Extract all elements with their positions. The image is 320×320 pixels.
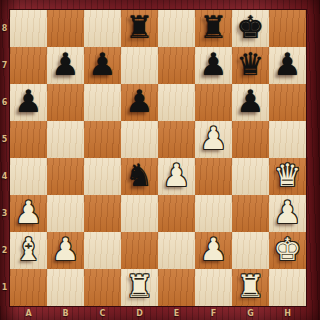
square-d5[interactable] bbox=[121, 121, 158, 158]
file-label-a: A bbox=[10, 306, 47, 320]
square-a5[interactable] bbox=[10, 121, 47, 158]
square-a8[interactable] bbox=[10, 10, 47, 47]
square-b5[interactable] bbox=[47, 121, 84, 158]
square-g7[interactable]: ♛ bbox=[232, 47, 269, 84]
black-pawn-d6[interactable]: ♟ bbox=[126, 83, 154, 120]
square-f5[interactable]: ♟ bbox=[195, 121, 232, 158]
square-h8[interactable] bbox=[269, 10, 306, 47]
black-pawn-b7[interactable]: ♟ bbox=[52, 46, 80, 83]
rank-labels: 87654321 bbox=[0, 10, 9, 306]
file-label-d: D bbox=[121, 306, 158, 320]
square-c8[interactable] bbox=[84, 10, 121, 47]
square-a6[interactable]: ♟ bbox=[10, 84, 47, 121]
square-c2[interactable] bbox=[84, 232, 121, 269]
square-g1[interactable]: ♜ bbox=[232, 269, 269, 306]
chess-app-window: 87654321 ♜♜♚♟♟♟♛♟♟♟♟♟♞♟♛♟♟♝♟♟♚♜♜ ABCDEFG… bbox=[0, 0, 320, 320]
square-c4[interactable] bbox=[84, 158, 121, 195]
square-d6[interactable]: ♟ bbox=[121, 84, 158, 121]
file-labels: ABCDEFGH bbox=[10, 306, 306, 320]
board: ♜♜♚♟♟♟♛♟♟♟♟♟♞♟♛♟♟♝♟♟♚♜♜ bbox=[10, 10, 306, 306]
square-f8[interactable]: ♜ bbox=[195, 10, 232, 47]
square-e6[interactable] bbox=[158, 84, 195, 121]
black-king-g8[interactable]: ♚ bbox=[237, 9, 265, 46]
square-a7[interactable] bbox=[10, 47, 47, 84]
square-a2[interactable]: ♝ bbox=[10, 232, 47, 269]
square-f7[interactable]: ♟ bbox=[195, 47, 232, 84]
square-e5[interactable] bbox=[158, 121, 195, 158]
black-pawn-a6[interactable]: ♟ bbox=[15, 83, 43, 120]
square-e4[interactable]: ♟ bbox=[158, 158, 195, 195]
black-rook-d8[interactable]: ♜ bbox=[126, 9, 154, 46]
square-b4[interactable] bbox=[47, 158, 84, 195]
file-label-e: E bbox=[158, 306, 195, 320]
square-f1[interactable] bbox=[195, 269, 232, 306]
square-c1[interactable] bbox=[84, 269, 121, 306]
square-a4[interactable] bbox=[10, 158, 47, 195]
board-frame: ♜♜♚♟♟♟♛♟♟♟♟♟♞♟♛♟♟♝♟♟♚♜♜ bbox=[9, 9, 307, 307]
file-label-f: F bbox=[195, 306, 232, 320]
white-king-h2[interactable]: ♚ bbox=[274, 231, 302, 268]
white-bishop-a2[interactable]: ♝ bbox=[15, 231, 43, 268]
white-queen-h4[interactable]: ♛ bbox=[274, 157, 302, 194]
square-h1[interactable] bbox=[269, 269, 306, 306]
white-rook-d1[interactable]: ♜ bbox=[126, 268, 154, 305]
file-label-c: C bbox=[84, 306, 121, 320]
rank-label-2: 2 bbox=[0, 232, 9, 269]
square-g3[interactable] bbox=[232, 195, 269, 232]
white-pawn-h3[interactable]: ♟ bbox=[274, 194, 302, 231]
square-d4[interactable]: ♞ bbox=[121, 158, 158, 195]
rank-label-3: 3 bbox=[0, 195, 9, 232]
square-g6[interactable]: ♟ bbox=[232, 84, 269, 121]
square-c5[interactable] bbox=[84, 121, 121, 158]
square-e7[interactable] bbox=[158, 47, 195, 84]
black-pawn-c7[interactable]: ♟ bbox=[89, 46, 117, 83]
square-h2[interactable]: ♚ bbox=[269, 232, 306, 269]
square-b2[interactable]: ♟ bbox=[47, 232, 84, 269]
rank-label-8: 8 bbox=[0, 10, 9, 47]
square-d7[interactable] bbox=[121, 47, 158, 84]
rank-label-6: 6 bbox=[0, 84, 9, 121]
square-b7[interactable]: ♟ bbox=[47, 47, 84, 84]
file-label-h: H bbox=[269, 306, 306, 320]
square-d3[interactable] bbox=[121, 195, 158, 232]
square-g4[interactable] bbox=[232, 158, 269, 195]
square-e2[interactable] bbox=[158, 232, 195, 269]
rank-label-4: 4 bbox=[0, 158, 9, 195]
square-g5[interactable] bbox=[232, 121, 269, 158]
square-e8[interactable] bbox=[158, 10, 195, 47]
rank-label-5: 5 bbox=[0, 121, 9, 158]
square-g8[interactable]: ♚ bbox=[232, 10, 269, 47]
black-queen-g7[interactable]: ♛ bbox=[237, 46, 265, 83]
black-rook-f8[interactable]: ♜ bbox=[200, 9, 228, 46]
square-b3[interactable] bbox=[47, 195, 84, 232]
white-rook-g1[interactable]: ♜ bbox=[237, 268, 265, 305]
square-b8[interactable] bbox=[47, 10, 84, 47]
square-h7[interactable]: ♟ bbox=[269, 47, 306, 84]
square-b6[interactable] bbox=[47, 84, 84, 121]
rank-label-7: 7 bbox=[0, 47, 9, 84]
black-pawn-h7[interactable]: ♟ bbox=[274, 46, 302, 83]
square-h5[interactable] bbox=[269, 121, 306, 158]
square-e1[interactable] bbox=[158, 269, 195, 306]
black-pawn-g6[interactable]: ♟ bbox=[237, 83, 265, 120]
black-knight-d4[interactable]: ♞ bbox=[126, 157, 154, 194]
square-c7[interactable]: ♟ bbox=[84, 47, 121, 84]
square-a1[interactable] bbox=[10, 269, 47, 306]
square-f2[interactable]: ♟ bbox=[195, 232, 232, 269]
square-e3[interactable] bbox=[158, 195, 195, 232]
black-pawn-f7[interactable]: ♟ bbox=[200, 46, 228, 83]
white-pawn-f5[interactable]: ♟ bbox=[200, 120, 228, 157]
file-label-g: G bbox=[232, 306, 269, 320]
square-h4[interactable]: ♛ bbox=[269, 158, 306, 195]
square-f6[interactable] bbox=[195, 84, 232, 121]
white-pawn-b2[interactable]: ♟ bbox=[52, 231, 80, 268]
square-b1[interactable] bbox=[47, 269, 84, 306]
square-d2[interactable] bbox=[121, 232, 158, 269]
square-h3[interactable]: ♟ bbox=[269, 195, 306, 232]
white-pawn-f2[interactable]: ♟ bbox=[200, 231, 228, 268]
square-f4[interactable] bbox=[195, 158, 232, 195]
white-pawn-a3[interactable]: ♟ bbox=[15, 194, 43, 231]
rank-label-1: 1 bbox=[0, 269, 9, 306]
square-c3[interactable] bbox=[84, 195, 121, 232]
square-c6[interactable] bbox=[84, 84, 121, 121]
square-a3[interactable]: ♟ bbox=[10, 195, 47, 232]
square-f3[interactable] bbox=[195, 195, 232, 232]
square-d1[interactable]: ♜ bbox=[121, 269, 158, 306]
square-h6[interactable] bbox=[269, 84, 306, 121]
file-label-b: B bbox=[47, 306, 84, 320]
square-d8[interactable]: ♜ bbox=[121, 10, 158, 47]
square-g2[interactable] bbox=[232, 232, 269, 269]
white-pawn-e4[interactable]: ♟ bbox=[163, 157, 191, 194]
